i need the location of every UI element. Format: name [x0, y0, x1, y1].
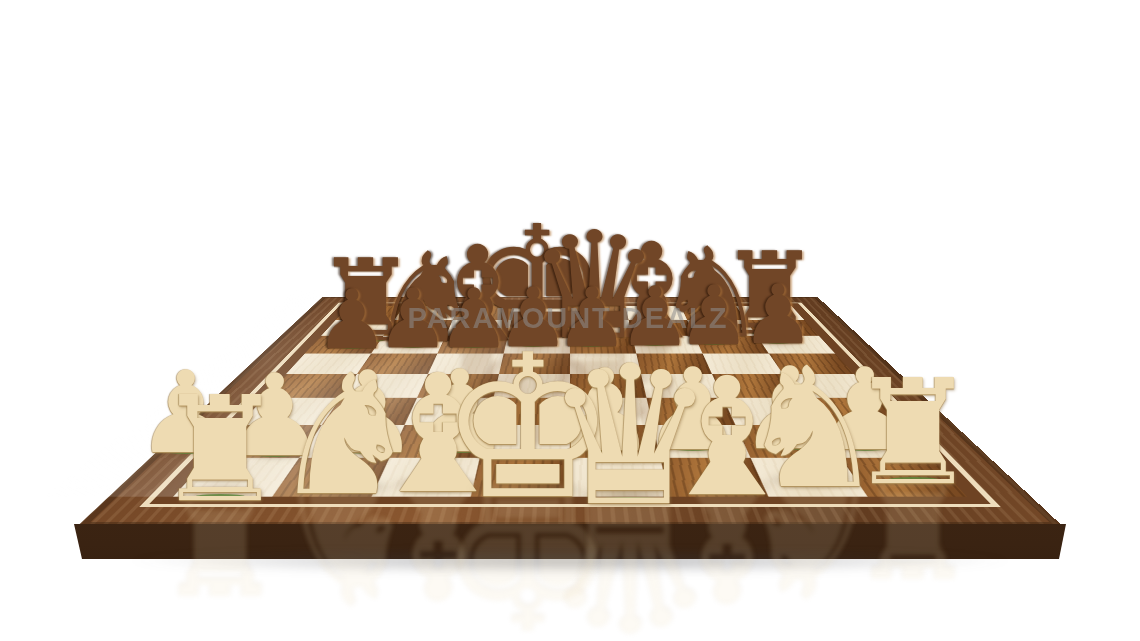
- product-photo-stage: ♜♞♝♝♚♚♛♛♝♝♞♜♟♟♟♟♟♟♟♟♟♟♟♟♟♟♟♟♜♜♞♞♝♝♞♞♝♝♚♚…: [0, 0, 1140, 641]
- knight-glyph: ♞: [270, 353, 419, 519]
- rook-glyph: ♜: [155, 376, 285, 521]
- watermark-text: PARAMOUNT DEALZ: [407, 302, 728, 335]
- queen-glyph: ♛: [544, 340, 717, 533]
